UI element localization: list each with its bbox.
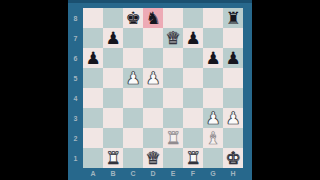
square-g4[interactable] bbox=[203, 88, 223, 108]
rank-label-1: 1 bbox=[68, 148, 83, 168]
square-b4[interactable] bbox=[103, 88, 123, 108]
square-a1[interactable] bbox=[83, 148, 103, 168]
file-labels: ABCDEFGH bbox=[83, 167, 243, 180]
square-b6[interactable] bbox=[103, 48, 123, 68]
square-a8[interactable] bbox=[83, 8, 103, 28]
square-c1[interactable] bbox=[123, 148, 143, 168]
square-f8[interactable] bbox=[183, 8, 203, 28]
square-e8[interactable] bbox=[163, 8, 183, 28]
square-d3[interactable] bbox=[143, 108, 163, 128]
square-g2[interactable]: ♝ bbox=[203, 128, 223, 148]
square-f7[interactable]: ♟ bbox=[183, 28, 203, 48]
square-f1[interactable]: ♜ bbox=[183, 148, 203, 168]
square-e1[interactable] bbox=[163, 148, 183, 168]
square-g7[interactable] bbox=[203, 28, 223, 48]
square-h2[interactable] bbox=[223, 128, 243, 148]
piece-white-rook-b1[interactable]: ♜ bbox=[103, 148, 123, 168]
rank-label-4: 4 bbox=[68, 88, 83, 108]
file-label-h: H bbox=[223, 167, 243, 180]
rank-label-2: 2 bbox=[68, 128, 83, 148]
square-b3[interactable] bbox=[103, 108, 123, 128]
file-label-g: G bbox=[203, 167, 223, 180]
square-c6[interactable] bbox=[123, 48, 143, 68]
piece-white-pawn-c5[interactable]: ♟ bbox=[123, 68, 143, 88]
square-e3[interactable] bbox=[163, 108, 183, 128]
square-e6[interactable] bbox=[163, 48, 183, 68]
file-label-b: B bbox=[103, 167, 123, 180]
piece-white-rook-f1[interactable]: ♜ bbox=[183, 148, 203, 168]
board-top-edge bbox=[68, 0, 252, 3]
rank-label-3: 3 bbox=[68, 108, 83, 128]
square-h4[interactable] bbox=[223, 88, 243, 108]
square-d6[interactable] bbox=[143, 48, 163, 68]
square-e4[interactable] bbox=[163, 88, 183, 108]
square-f4[interactable] bbox=[183, 88, 203, 108]
square-a3[interactable] bbox=[83, 108, 103, 128]
square-c4[interactable] bbox=[123, 88, 143, 108]
video-frame: 87654321 ♚♞♜♟♛♟♟♟♟♟♟♟♟♜♝♜♛♜♚ ABCDEFGH bbox=[0, 0, 320, 180]
square-d4[interactable] bbox=[143, 88, 163, 108]
square-a5[interactable] bbox=[83, 68, 103, 88]
piece-black-pawn-f7[interactable]: ♟ bbox=[183, 28, 203, 48]
square-c3[interactable] bbox=[123, 108, 143, 128]
square-g1[interactable] bbox=[203, 148, 223, 168]
square-b5[interactable] bbox=[103, 68, 123, 88]
square-e7[interactable]: ♛ bbox=[163, 28, 183, 48]
piece-black-king-c8[interactable]: ♚ bbox=[123, 8, 143, 28]
rank-labels: 87654321 bbox=[68, 8, 83, 168]
rank-label-5: 5 bbox=[68, 68, 83, 88]
square-f6[interactable] bbox=[183, 48, 203, 68]
board-grid: ♚♞♜♟♛♟♟♟♟♟♟♟♟♜♝♜♛♜♚ bbox=[83, 8, 243, 168]
square-a2[interactable] bbox=[83, 128, 103, 148]
piece-white-queen-e7[interactable]: ♛ bbox=[163, 28, 183, 48]
rank-label-8: 8 bbox=[68, 8, 83, 28]
square-b8[interactable] bbox=[103, 8, 123, 28]
square-f2[interactable] bbox=[183, 128, 203, 148]
square-f5[interactable] bbox=[183, 68, 203, 88]
square-c2[interactable] bbox=[123, 128, 143, 148]
square-b1[interactable]: ♜ bbox=[103, 148, 123, 168]
square-h5[interactable] bbox=[223, 68, 243, 88]
piece-white-rook-e2[interactable]: ♜ bbox=[163, 128, 183, 148]
square-d5[interactable]: ♟ bbox=[143, 68, 163, 88]
square-h1[interactable]: ♚ bbox=[223, 148, 243, 168]
file-label-d: D bbox=[143, 167, 163, 180]
square-c8[interactable]: ♚ bbox=[123, 8, 143, 28]
square-g3[interactable]: ♟ bbox=[203, 108, 223, 128]
square-b2[interactable] bbox=[103, 128, 123, 148]
square-e5[interactable] bbox=[163, 68, 183, 88]
square-f3[interactable] bbox=[183, 108, 203, 128]
piece-white-king-h1[interactable]: ♚ bbox=[223, 148, 243, 168]
file-label-c: C bbox=[123, 167, 143, 180]
square-a6[interactable]: ♟ bbox=[83, 48, 103, 68]
square-d8[interactable]: ♞ bbox=[143, 8, 163, 28]
piece-black-pawn-g6[interactable]: ♟ bbox=[203, 48, 223, 68]
piece-white-queen-d1[interactable]: ♛ bbox=[143, 148, 163, 168]
square-e2[interactable]: ♜ bbox=[163, 128, 183, 148]
square-d7[interactable] bbox=[143, 28, 163, 48]
square-h8[interactable]: ♜ bbox=[223, 8, 243, 28]
square-c7[interactable] bbox=[123, 28, 143, 48]
chess-board: 87654321 ♚♞♜♟♛♟♟♟♟♟♟♟♟♜♝♜♛♜♚ ABCDEFGH bbox=[68, 0, 252, 180]
square-h7[interactable] bbox=[223, 28, 243, 48]
piece-black-rook-h8[interactable]: ♜ bbox=[223, 8, 243, 28]
rank-label-7: 7 bbox=[68, 28, 83, 48]
square-h3[interactable]: ♟ bbox=[223, 108, 243, 128]
square-c5[interactable]: ♟ bbox=[123, 68, 143, 88]
square-a7[interactable] bbox=[83, 28, 103, 48]
piece-black-knight-d8[interactable]: ♞ bbox=[143, 8, 163, 28]
square-g6[interactable]: ♟ bbox=[203, 48, 223, 68]
file-label-f: F bbox=[183, 167, 203, 180]
piece-black-pawn-a6[interactable]: ♟ bbox=[83, 48, 103, 68]
piece-white-pawn-d5[interactable]: ♟ bbox=[143, 68, 163, 88]
file-label-e: E bbox=[163, 167, 183, 180]
square-g5[interactable] bbox=[203, 68, 223, 88]
rank-label-6: 6 bbox=[68, 48, 83, 68]
piece-black-pawn-b7[interactable]: ♟ bbox=[103, 28, 123, 48]
square-d2[interactable] bbox=[143, 128, 163, 148]
piece-white-pawn-g3[interactable]: ♟ bbox=[203, 108, 223, 128]
square-g8[interactable] bbox=[203, 8, 223, 28]
piece-white-pawn-h3[interactable]: ♟ bbox=[223, 108, 243, 128]
piece-white-bishop-g2[interactable]: ♝ bbox=[203, 128, 223, 148]
square-d1[interactable]: ♛ bbox=[143, 148, 163, 168]
square-h6[interactable]: ♟ bbox=[223, 48, 243, 68]
square-a4[interactable] bbox=[83, 88, 103, 108]
piece-black-pawn-h6[interactable]: ♟ bbox=[223, 48, 243, 68]
file-label-a: A bbox=[83, 167, 103, 180]
square-b7[interactable]: ♟ bbox=[103, 28, 123, 48]
